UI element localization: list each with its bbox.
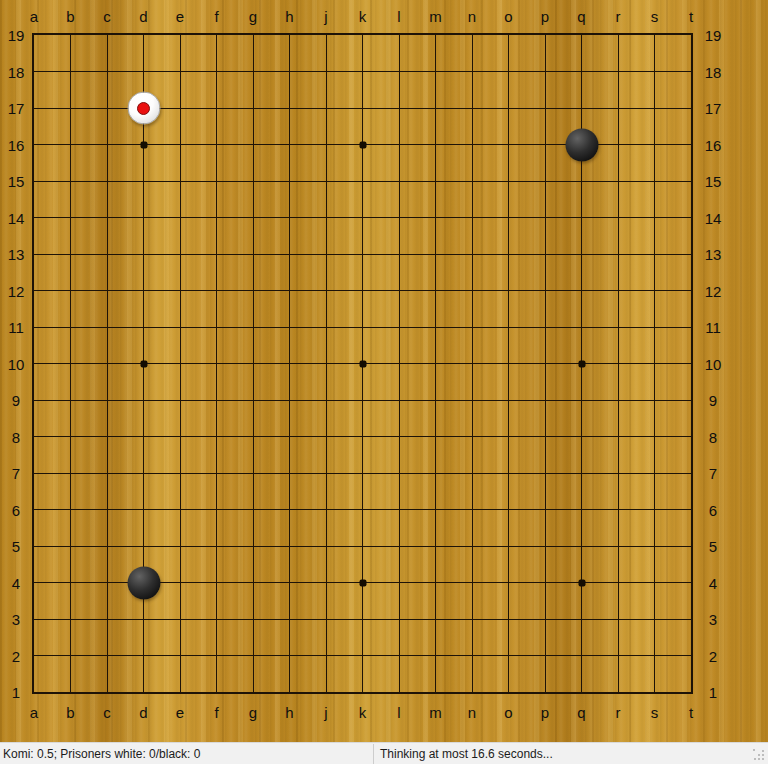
column-label-bottom: q [577, 705, 585, 720]
row-label-left: 4 [12, 575, 20, 590]
grid-line-vertical [472, 35, 473, 692]
column-label-top: j [324, 9, 327, 24]
row-label-right: 13 [705, 247, 722, 262]
resize-grip-icon[interactable] [753, 749, 766, 762]
row-label-right: 16 [705, 137, 722, 152]
column-label-bottom: d [139, 705, 147, 720]
grid-line-horizontal [34, 655, 691, 656]
row-label-right: 10 [705, 356, 722, 371]
row-label-right: 12 [705, 283, 722, 298]
stone-white [127, 92, 160, 125]
column-label-bottom: m [429, 705, 442, 720]
grid-line-horizontal [34, 619, 691, 620]
column-label-top: e [176, 9, 184, 24]
row-label-left: 19 [8, 28, 25, 43]
row-label-left: 9 [12, 393, 20, 408]
row-label-right: 18 [705, 64, 722, 79]
column-label-top: o [504, 9, 512, 24]
row-label-left: 8 [12, 429, 20, 444]
column-label-bottom: b [66, 705, 74, 720]
row-label-right: 8 [709, 429, 717, 444]
column-label-bottom: j [324, 705, 327, 720]
star-point [578, 360, 585, 367]
row-label-left: 17 [8, 101, 25, 116]
column-label-top: m [429, 9, 442, 24]
row-label-left: 10 [8, 356, 25, 371]
row-label-left: 14 [8, 210, 25, 225]
column-label-bottom: g [249, 705, 257, 720]
row-label-left: 1 [12, 685, 20, 700]
row-label-left: 11 [8, 320, 24, 335]
column-label-bottom: n [468, 705, 476, 720]
row-label-right: 3 [709, 612, 717, 627]
column-label-top: r [616, 9, 621, 24]
grid-line-horizontal [34, 400, 691, 401]
star-point [578, 579, 585, 586]
grid-line-vertical [545, 35, 546, 692]
status-komi-prisoners: Komi: 0.5; Prisoners white: 0/black: 0 [3, 743, 200, 764]
grid-line-horizontal [34, 546, 691, 547]
grid-line-vertical [399, 35, 400, 692]
row-label-right: 1 [709, 685, 717, 700]
row-label-right: 2 [709, 648, 717, 663]
column-label-bottom: p [541, 705, 549, 720]
status-divider [373, 744, 374, 764]
row-label-right: 4 [709, 575, 717, 590]
row-label-right: 7 [709, 466, 717, 481]
status-bar: Komi: 0.5; Prisoners white: 0/black: 0 T… [0, 742, 768, 764]
column-label-top: q [577, 9, 585, 24]
column-label-top: c [103, 9, 111, 24]
column-label-bottom: s [651, 705, 659, 720]
grid-line-vertical [618, 35, 619, 692]
grid-line-horizontal [34, 473, 691, 474]
column-label-bottom: r [616, 705, 621, 720]
star-point [359, 141, 366, 148]
column-label-bottom: o [504, 705, 512, 720]
column-label-bottom: c [103, 705, 111, 720]
star-point [359, 579, 366, 586]
status-thinking: Thinking at most 16.6 seconds... [380, 743, 553, 764]
grid-line-horizontal [34, 436, 691, 437]
column-label-top: t [689, 9, 693, 24]
stone-black [565, 128, 598, 161]
column-label-top: a [30, 9, 38, 24]
row-label-left: 16 [8, 137, 25, 152]
column-label-top: h [285, 9, 293, 24]
go-gui-window: aabbccddeeffgghhjjkkllmmnnooppqqrrsstt19… [0, 0, 768, 764]
column-label-bottom: l [397, 705, 400, 720]
row-label-right: 19 [705, 28, 722, 43]
column-label-bottom: e [176, 705, 184, 720]
grid-line-horizontal [34, 509, 691, 510]
star-point [140, 360, 147, 367]
row-label-left: 6 [12, 502, 20, 517]
row-label-left: 13 [8, 247, 25, 262]
last-move-marker [137, 102, 150, 115]
row-label-left: 7 [12, 466, 20, 481]
row-label-left: 3 [12, 612, 20, 627]
grid-line-vertical [435, 35, 436, 692]
row-label-left: 5 [12, 539, 20, 554]
row-label-right: 14 [705, 210, 722, 225]
row-label-left: 12 [8, 283, 25, 298]
row-label-right: 17 [705, 101, 722, 116]
column-label-bottom: f [214, 705, 218, 720]
row-label-right: 11 [705, 320, 721, 335]
grid-line-vertical [508, 35, 509, 692]
row-label-right: 5 [709, 539, 717, 554]
row-label-left: 15 [8, 174, 25, 189]
column-label-bottom: t [689, 705, 693, 720]
column-label-top: k [359, 9, 367, 24]
row-label-right: 6 [709, 502, 717, 517]
grid-line-vertical [654, 35, 655, 692]
row-label-right: 9 [709, 393, 717, 408]
column-label-top: d [139, 9, 147, 24]
column-label-top: l [397, 9, 400, 24]
row-label-left: 18 [8, 64, 25, 79]
go-board[interactable]: aabbccddeeffgghhjjkkllmmnnooppqqrrsstt19… [0, 0, 768, 742]
column-label-bottom: h [285, 705, 293, 720]
column-label-top: n [468, 9, 476, 24]
row-label-right: 15 [705, 174, 722, 189]
column-label-bottom: a [30, 705, 38, 720]
column-label-top: g [249, 9, 257, 24]
stone-black [127, 566, 160, 599]
star-point [140, 141, 147, 148]
row-label-left: 2 [12, 648, 20, 663]
star-point [359, 360, 366, 367]
column-label-bottom: k [359, 705, 367, 720]
column-label-top: b [66, 9, 74, 24]
column-label-top: s [651, 9, 659, 24]
column-label-top: f [214, 9, 218, 24]
column-label-top: p [541, 9, 549, 24]
